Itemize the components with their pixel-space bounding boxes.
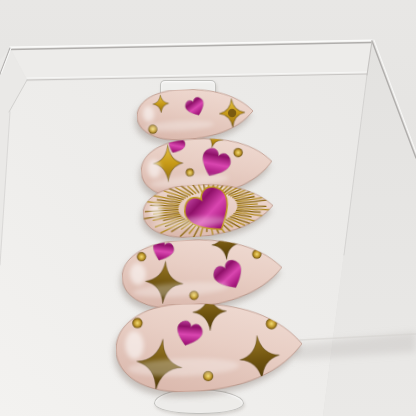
gold-stud-dot bbox=[132, 318, 142, 328]
photo-press-on-nails bbox=[0, 0, 416, 416]
gold-stud-dot bbox=[137, 252, 147, 262]
press-on-nail-1 bbox=[136, 86, 254, 142]
press-on-nail-3 bbox=[141, 180, 274, 241]
sizing-tab-2 bbox=[154, 389, 244, 414]
press-on-nail-5 bbox=[115, 300, 304, 394]
nails-layer bbox=[0, 0, 416, 416]
gold-stud-dot bbox=[252, 249, 262, 259]
